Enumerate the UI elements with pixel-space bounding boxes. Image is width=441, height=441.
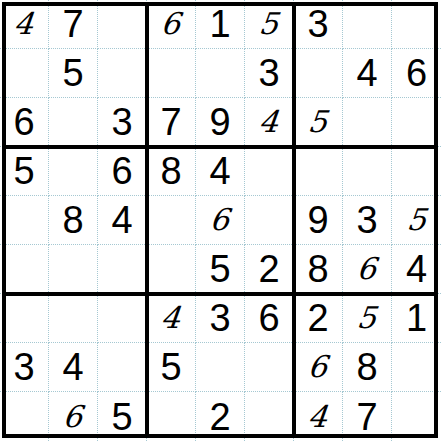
cell-r5c8[interactable]: 3 <box>343 196 392 245</box>
given-digit: 6 <box>111 152 132 190</box>
entered-digit: 6 <box>356 254 378 284</box>
cell-r7c5[interactable]: 3 <box>196 294 245 343</box>
cell-r1c7[interactable]: 3 <box>294 0 343 49</box>
cell-r4c3[interactable]: 6 <box>98 147 147 196</box>
cell-r9c4[interactable] <box>147 392 196 441</box>
given-digit: 7 <box>160 103 181 141</box>
cell-r6c8[interactable]: 6 <box>343 245 392 294</box>
entered-digit: 6 <box>307 352 329 382</box>
given-digit: 4 <box>209 152 230 190</box>
given-digit: 6 <box>258 299 279 337</box>
cell-r2c5[interactable] <box>196 49 245 98</box>
given-digit: 1 <box>209 5 230 43</box>
given-digit: 7 <box>356 398 377 436</box>
cell-r9c9[interactable] <box>392 392 441 441</box>
cell-r9c3[interactable]: 5 <box>98 392 147 441</box>
cell-r4c2[interactable] <box>49 147 98 196</box>
given-digit: 5 <box>160 348 181 386</box>
given-digit: 2 <box>258 250 279 288</box>
entered-digit: 5 <box>307 107 329 137</box>
cell-r2c3[interactable] <box>98 49 147 98</box>
cell-r5c5[interactable]: 6 <box>196 196 245 245</box>
given-digit: 8 <box>160 152 181 190</box>
given-digit: 6 <box>406 54 427 92</box>
given-digit: 7 <box>62 5 83 43</box>
given-digit: 2 <box>209 398 230 436</box>
given-digit: 3 <box>111 103 132 141</box>
cell-r8c8[interactable]: 8 <box>343 343 392 392</box>
cell-r6c7[interactable]: 8 <box>294 245 343 294</box>
cell-r1c1[interactable]: 4 <box>0 0 49 49</box>
cell-r6c1[interactable] <box>0 245 49 294</box>
given-digit: 3 <box>356 201 377 239</box>
cell-r1c3[interactable] <box>98 0 147 49</box>
cell-r7c4[interactable]: 4 <box>147 294 196 343</box>
cell-r9c6[interactable] <box>245 392 294 441</box>
entered-digit: 5 <box>405 205 427 235</box>
cell-r2c7[interactable] <box>294 49 343 98</box>
cell-r7c6[interactable]: 6 <box>245 294 294 343</box>
cell-r7c1[interactable] <box>0 294 49 343</box>
given-digit: 8 <box>307 250 328 288</box>
given-digit: 5 <box>13 152 34 190</box>
cell-r3c1[interactable]: 6 <box>0 98 49 147</box>
cell-r5c4[interactable] <box>147 196 196 245</box>
cell-r4c4[interactable]: 8 <box>147 147 196 196</box>
cell-r5c6[interactable] <box>245 196 294 245</box>
given-digit: 4 <box>406 250 427 288</box>
given-digit: 8 <box>62 201 83 239</box>
cell-r6c6[interactable]: 2 <box>245 245 294 294</box>
entered-digit: 4 <box>13 9 35 39</box>
cell-r8c6[interactable] <box>245 343 294 392</box>
cell-r2c4[interactable] <box>147 49 196 98</box>
cell-r2c9[interactable]: 6 <box>392 49 441 98</box>
cell-r5c1[interactable] <box>0 196 49 245</box>
sudoku-cell-grid: 4761535346637945568484693552864436251345… <box>0 0 441 441</box>
given-digit: 4 <box>111 201 132 239</box>
cell-r5c3[interactable]: 4 <box>98 196 147 245</box>
cell-r8c4[interactable]: 5 <box>147 343 196 392</box>
sudoku-board: 4761535346637945568484693552864436251345… <box>0 0 441 441</box>
cell-r5c7[interactable]: 9 <box>294 196 343 245</box>
cell-r7c2[interactable] <box>49 294 98 343</box>
cell-r9c2[interactable]: 6 <box>49 392 98 441</box>
cell-r8c9[interactable] <box>392 343 441 392</box>
cell-r4c8[interactable] <box>343 147 392 196</box>
cell-r9c8[interactable]: 7 <box>343 392 392 441</box>
given-digit: 2 <box>307 299 328 337</box>
cell-r6c2[interactable] <box>49 245 98 294</box>
cell-r3c4[interactable]: 7 <box>147 98 196 147</box>
entered-digit: 5 <box>258 9 280 39</box>
cell-r3c7[interactable]: 5 <box>294 98 343 147</box>
cell-r5c9[interactable]: 5 <box>392 196 441 245</box>
entered-digit: 4 <box>160 303 182 333</box>
cell-r8c5[interactable] <box>196 343 245 392</box>
given-digit: 3 <box>307 5 328 43</box>
cell-r1c8[interactable] <box>343 0 392 49</box>
cell-r4c1[interactable]: 5 <box>0 147 49 196</box>
given-digit: 3 <box>13 348 34 386</box>
given-digit: 9 <box>307 201 328 239</box>
entered-digit: 6 <box>160 9 182 39</box>
cell-r1c5[interactable]: 1 <box>196 0 245 49</box>
given-digit: 4 <box>62 348 83 386</box>
cell-r4c7[interactable] <box>294 147 343 196</box>
given-digit: 3 <box>209 299 230 337</box>
entered-digit: 5 <box>356 303 378 333</box>
cell-r1c6[interactable]: 5 <box>245 0 294 49</box>
cell-r8c1[interactable]: 3 <box>0 343 49 392</box>
given-digit: 4 <box>356 54 377 92</box>
cell-r2c2[interactable]: 5 <box>49 49 98 98</box>
cell-r2c1[interactable] <box>0 49 49 98</box>
cell-r3c6[interactable]: 4 <box>245 98 294 147</box>
cell-r6c5[interactable]: 5 <box>196 245 245 294</box>
given-digit: 1 <box>406 299 427 337</box>
cell-r9c5[interactable]: 2 <box>196 392 245 441</box>
cell-r4c5[interactable]: 4 <box>196 147 245 196</box>
cell-r7c8[interactable]: 5 <box>343 294 392 343</box>
cell-r7c7[interactable]: 2 <box>294 294 343 343</box>
entered-digit: 4 <box>258 107 280 137</box>
cell-r1c4[interactable]: 6 <box>147 0 196 49</box>
given-digit: 5 <box>209 250 230 288</box>
cell-r8c3[interactable] <box>98 343 147 392</box>
cell-r4c9[interactable] <box>392 147 441 196</box>
cell-r2c8[interactable]: 4 <box>343 49 392 98</box>
cell-r7c3[interactable] <box>98 294 147 343</box>
cell-r3c8[interactable] <box>343 98 392 147</box>
cell-r3c5[interactable]: 9 <box>196 98 245 147</box>
cell-r9c7[interactable]: 4 <box>294 392 343 441</box>
cell-r8c7[interactable]: 6 <box>294 343 343 392</box>
cell-r7c9[interactable]: 1 <box>392 294 441 343</box>
cell-r1c2[interactable]: 7 <box>49 0 98 49</box>
given-digit: 9 <box>209 103 230 141</box>
cell-r6c9[interactable]: 4 <box>392 245 441 294</box>
cell-r2c6[interactable]: 3 <box>245 49 294 98</box>
entered-digit: 6 <box>62 402 84 432</box>
cell-r1c9[interactable] <box>392 0 441 49</box>
given-digit: 5 <box>62 54 83 92</box>
entered-digit: 4 <box>307 402 329 432</box>
entered-digit: 6 <box>209 205 231 235</box>
given-digit: 6 <box>13 103 34 141</box>
cell-r5c2[interactable]: 8 <box>49 196 98 245</box>
cell-r3c2[interactable] <box>49 98 98 147</box>
cell-r3c9[interactable] <box>392 98 441 147</box>
given-digit: 3 <box>258 54 279 92</box>
cell-r4c6[interactable] <box>245 147 294 196</box>
given-digit: 8 <box>356 348 377 386</box>
cell-r9c1[interactable] <box>0 392 49 441</box>
cell-r6c4[interactable] <box>147 245 196 294</box>
cell-r8c2[interactable]: 4 <box>49 343 98 392</box>
cell-r6c3[interactable] <box>98 245 147 294</box>
cell-r3c3[interactable]: 3 <box>98 98 147 147</box>
given-digit: 5 <box>111 398 132 436</box>
